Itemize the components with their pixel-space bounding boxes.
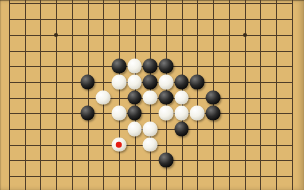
grid-line-vertical — [260, 0, 261, 190]
grid-line-vertical — [25, 0, 26, 190]
grid-line-horizontal — [9, 3, 293, 4]
white-stone-n11 — [190, 106, 205, 121]
grid-line-vertical — [276, 0, 277, 190]
star-point-q16 — [243, 33, 247, 37]
black-stone-l8 — [159, 153, 174, 168]
grid-line-vertical — [40, 0, 41, 190]
white-stone-j14 — [127, 59, 142, 74]
black-stone-o12 — [206, 90, 221, 105]
grid-line-horizontal — [9, 35, 293, 36]
black-stone-l14 — [159, 59, 174, 74]
white-stone-l13 — [159, 74, 174, 89]
black-stone-l12 — [159, 90, 174, 105]
white-stone-g12 — [96, 90, 111, 105]
white-stone-j13 — [127, 74, 142, 89]
black-stone-m13 — [174, 74, 189, 89]
black-stone-j11 — [127, 106, 142, 121]
black-stone-n13 — [190, 74, 205, 89]
black-stone-m10 — [174, 122, 189, 137]
black-stone-h14 — [111, 59, 126, 74]
white-stone-k12 — [143, 90, 158, 105]
black-stone-j12 — [127, 90, 142, 105]
black-stone-f13 — [80, 74, 95, 89]
white-stone-h13 — [111, 74, 126, 89]
grid-line-vertical — [88, 0, 89, 190]
grid-line-vertical — [229, 0, 230, 190]
white-stone-l11 — [159, 106, 174, 121]
grid-line-horizontal — [9, 51, 293, 52]
white-stone-k10 — [143, 122, 158, 137]
grid-line-horizontal — [9, 176, 293, 177]
black-stone-k13 — [143, 74, 158, 89]
go-board[interactable] — [0, 0, 304, 190]
white-stone-m11 — [174, 106, 189, 121]
white-stone-h9 — [111, 137, 126, 152]
grid-line-vertical — [245, 0, 246, 190]
grid-line-vertical — [56, 0, 57, 190]
white-stone-j10 — [127, 122, 142, 137]
grid-line-vertical — [9, 0, 10, 190]
black-stone-o11 — [206, 106, 221, 121]
grid-line-vertical — [292, 0, 293, 190]
last-move-marker — [116, 142, 122, 148]
grid-line-horizontal — [9, 160, 293, 161]
black-stone-f11 — [80, 106, 95, 121]
grid-line-horizontal — [9, 19, 293, 20]
white-stone-m12 — [174, 90, 189, 105]
white-stone-k9 — [143, 137, 158, 152]
grid-line-horizontal — [9, 113, 293, 114]
star-point-d16 — [54, 33, 58, 37]
black-stone-k14 — [143, 59, 158, 74]
grid-line-vertical — [72, 0, 73, 190]
white-stone-h11 — [111, 106, 126, 121]
grid-line-vertical — [197, 0, 198, 190]
grid-line-vertical — [119, 0, 120, 190]
